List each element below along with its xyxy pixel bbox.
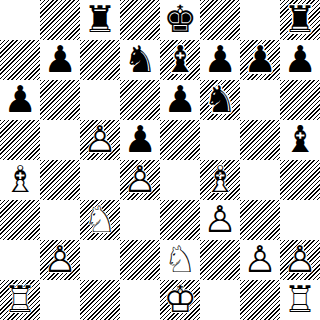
black-knight-icon: ♞ xyxy=(120,40,160,80)
black-pawn-icon: ♟ xyxy=(200,40,240,80)
square-d2[interactable] xyxy=(120,240,160,280)
white-pawn-icon: ♙ xyxy=(200,200,240,240)
piece-black-pawn: ♟ xyxy=(280,40,320,80)
white-pawn-icon: ♙ xyxy=(240,240,280,280)
square-f7[interactable]: ♟ xyxy=(200,40,240,80)
square-f2[interactable] xyxy=(200,240,240,280)
square-c1[interactable] xyxy=(80,280,120,320)
square-b1[interactable] xyxy=(40,280,80,320)
black-pawn-icon: ♟ xyxy=(120,120,160,160)
black-pawn-icon: ♟ xyxy=(240,40,280,80)
piece-white-pawn: ♟♙ xyxy=(80,120,120,160)
square-e7[interactable]: ♝ xyxy=(160,40,200,80)
black-pawn-icon: ♟ xyxy=(160,80,200,120)
piece-black-rook: ♜ xyxy=(80,0,120,40)
piece-white-king: ♚♔ xyxy=(160,280,200,320)
piece-black-king: ♚ xyxy=(160,0,200,40)
square-c4[interactable] xyxy=(80,160,120,200)
piece-black-pawn: ♟ xyxy=(0,80,40,120)
square-a7[interactable] xyxy=(0,40,40,80)
square-e2[interactable]: ♞♘ xyxy=(160,240,200,280)
square-c2[interactable] xyxy=(80,240,120,280)
square-e5[interactable] xyxy=(160,120,200,160)
piece-white-pawn: ♟♙ xyxy=(240,240,280,280)
black-bishop-icon: ♝ xyxy=(280,120,320,160)
square-e8[interactable]: ♚ xyxy=(160,0,200,40)
square-a1[interactable]: ♜♖ xyxy=(0,280,40,320)
white-pawn-icon: ♙ xyxy=(280,240,320,280)
square-d3[interactable] xyxy=(120,200,160,240)
square-d4[interactable]: ♟♙ xyxy=(120,160,160,200)
square-f3[interactable]: ♟♙ xyxy=(200,200,240,240)
square-c7[interactable] xyxy=(80,40,120,80)
square-g5[interactable] xyxy=(240,120,280,160)
black-pawn-icon: ♟ xyxy=(0,80,40,120)
square-h1[interactable]: ♜♖ xyxy=(280,280,320,320)
square-d6[interactable] xyxy=(120,80,160,120)
square-g8[interactable] xyxy=(240,0,280,40)
square-b6[interactable] xyxy=(40,80,80,120)
square-f8[interactable] xyxy=(200,0,240,40)
black-rook-icon: ♜ xyxy=(80,0,120,40)
black-king-icon: ♚ xyxy=(160,0,200,40)
piece-white-pawn: ♟♙ xyxy=(120,160,160,200)
square-h5[interactable]: ♝ xyxy=(280,120,320,160)
square-b2[interactable]: ♟♙ xyxy=(40,240,80,280)
square-h3[interactable] xyxy=(280,200,320,240)
piece-white-pawn: ♟♙ xyxy=(40,240,80,280)
square-c5[interactable]: ♟♙ xyxy=(80,120,120,160)
white-pawn-icon: ♙ xyxy=(40,240,80,280)
black-bishop-icon: ♝ xyxy=(160,40,200,80)
square-g3[interactable] xyxy=(240,200,280,240)
piece-white-pawn: ♟♙ xyxy=(280,240,320,280)
square-f5[interactable] xyxy=(200,120,240,160)
square-h8[interactable]: ♜ xyxy=(280,0,320,40)
black-pawn-icon: ♟ xyxy=(40,40,80,80)
square-e6[interactable]: ♟ xyxy=(160,80,200,120)
square-g2[interactable]: ♟♙ xyxy=(240,240,280,280)
black-pawn-icon: ♟ xyxy=(280,40,320,80)
square-d7[interactable]: ♞ xyxy=(120,40,160,80)
square-b4[interactable] xyxy=(40,160,80,200)
square-a4[interactable]: ♝♗ xyxy=(0,160,40,200)
piece-white-pawn: ♟♙ xyxy=(200,200,240,240)
piece-black-pawn: ♟ xyxy=(120,120,160,160)
square-a6[interactable]: ♟ xyxy=(0,80,40,120)
white-pawn-icon: ♙ xyxy=(120,160,160,200)
square-d5[interactable]: ♟ xyxy=(120,120,160,160)
square-b5[interactable] xyxy=(40,120,80,160)
white-knight-icon: ♘ xyxy=(160,240,200,280)
square-e4[interactable] xyxy=(160,160,200,200)
square-d8[interactable] xyxy=(120,0,160,40)
square-c8[interactable]: ♜ xyxy=(80,0,120,40)
white-bishop-icon: ♗ xyxy=(200,160,240,200)
piece-black-knight: ♞ xyxy=(120,40,160,80)
square-g7[interactable]: ♟ xyxy=(240,40,280,80)
square-h4[interactable] xyxy=(280,160,320,200)
square-b3[interactable] xyxy=(40,200,80,240)
piece-black-pawn: ♟ xyxy=(200,40,240,80)
square-h7[interactable]: ♟ xyxy=(280,40,320,80)
piece-black-pawn: ♟ xyxy=(240,40,280,80)
white-pawn-icon: ♙ xyxy=(80,120,120,160)
square-h2[interactable]: ♟♙ xyxy=(280,240,320,280)
square-c3[interactable]: ♞♘ xyxy=(80,200,120,240)
square-b8[interactable] xyxy=(40,0,80,40)
square-a5[interactable] xyxy=(0,120,40,160)
square-f1[interactable] xyxy=(200,280,240,320)
piece-black-bishop: ♝ xyxy=(280,120,320,160)
black-rook-icon: ♜ xyxy=(280,0,320,40)
square-g4[interactable] xyxy=(240,160,280,200)
piece-white-bishop: ♝♗ xyxy=(0,160,40,200)
square-g6[interactable] xyxy=(240,80,280,120)
piece-black-pawn: ♟ xyxy=(160,80,200,120)
square-a8[interactable] xyxy=(0,0,40,40)
square-g1[interactable] xyxy=(240,280,280,320)
black-knight-icon: ♞ xyxy=(200,80,240,120)
piece-black-rook: ♜ xyxy=(280,0,320,40)
white-bishop-icon: ♗ xyxy=(0,160,40,200)
white-knight-icon: ♘ xyxy=(80,200,120,240)
square-b7[interactable]: ♟ xyxy=(40,40,80,80)
piece-white-knight: ♞♘ xyxy=(160,240,200,280)
piece-black-bishop: ♝ xyxy=(160,40,200,80)
square-e3[interactable] xyxy=(160,200,200,240)
white-rook-icon: ♖ xyxy=(280,280,320,320)
square-d1[interactable] xyxy=(120,280,160,320)
piece-white-knight: ♞♘ xyxy=(80,200,120,240)
square-a3[interactable] xyxy=(0,200,40,240)
square-a2[interactable] xyxy=(0,240,40,280)
square-c6[interactable] xyxy=(80,80,120,120)
white-king-icon: ♔ xyxy=(160,280,200,320)
piece-white-rook: ♜♖ xyxy=(0,280,40,320)
piece-white-rook: ♜♖ xyxy=(280,280,320,320)
square-h6[interactable] xyxy=(280,80,320,120)
square-f4[interactable]: ♝♗ xyxy=(200,160,240,200)
piece-white-bishop: ♝♗ xyxy=(200,160,240,200)
square-f6[interactable]: ♞ xyxy=(200,80,240,120)
piece-black-pawn: ♟ xyxy=(40,40,80,80)
chess-board: ♜♚♜♟♞♝♟♟♟♟♟♞♟♙♟♝♝♗♟♙♝♗♞♘♟♙♟♙♞♘♟♙♟♙♜♖♚♔♜♖ xyxy=(0,0,320,320)
white-rook-icon: ♖ xyxy=(0,280,40,320)
piece-black-knight: ♞ xyxy=(200,80,240,120)
square-e1[interactable]: ♚♔ xyxy=(160,280,200,320)
